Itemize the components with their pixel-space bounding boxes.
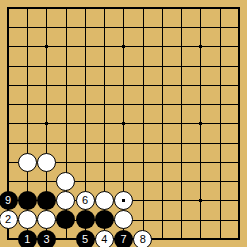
move-number: 4 (101, 234, 107, 245)
star-point (122, 45, 125, 48)
stone-black: 1 (18, 230, 37, 247)
move-number: 7 (120, 234, 126, 245)
star-point (199, 199, 202, 202)
stone-white (95, 191, 114, 210)
star-point (122, 122, 125, 125)
star-point (199, 45, 202, 48)
star-point (45, 199, 48, 202)
stone-black (56, 210, 75, 229)
stone-black: 7 (114, 230, 133, 247)
move-number: 3 (43, 234, 49, 245)
stone-white (56, 191, 75, 210)
stone-white (56, 172, 75, 191)
star-point (122, 199, 125, 202)
star-point (45, 122, 48, 125)
stone-white (114, 210, 133, 229)
move-number: 1 (24, 234, 30, 245)
move-number: 8 (140, 234, 146, 245)
stone-white (18, 153, 37, 172)
move-number: 9 (5, 195, 11, 206)
stone-white: 2 (0, 210, 18, 229)
stone-white (18, 210, 37, 229)
star-point (45, 45, 48, 48)
stone-white: 6 (76, 191, 95, 210)
stone-white (37, 210, 56, 229)
stone-white: 8 (133, 230, 152, 247)
stone-black (18, 191, 37, 210)
move-number: 2 (5, 214, 11, 225)
move-number: 5 (82, 234, 88, 245)
move-number: 6 (82, 195, 88, 206)
stone-black (95, 210, 114, 229)
stone-white: 4 (95, 230, 114, 247)
star-point (199, 122, 202, 125)
stone-black: 5 (76, 230, 95, 247)
stone-black: 9 (0, 191, 18, 210)
stone-black: 3 (37, 230, 56, 247)
go-board[interactable]: 962135478 (0, 0, 247, 247)
stone-white (37, 153, 56, 172)
stone-black (76, 210, 95, 229)
